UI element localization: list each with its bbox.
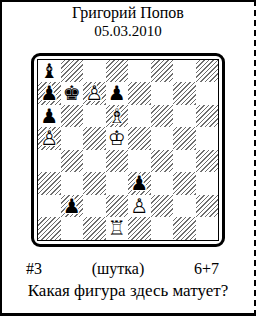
square-h2: [196, 195, 219, 218]
caption-stipulation: #3: [26, 260, 42, 278]
black-pawn-piece: ♟♟: [63, 196, 81, 216]
caption-note: (шутка): [92, 260, 145, 278]
square-e1: [128, 217, 151, 240]
white-pawn-piece: ♟♙: [130, 196, 148, 216]
square-h5: [196, 127, 219, 150]
square-a8: ♝♝: [38, 60, 61, 83]
black-bishop-piece: ♝♝: [40, 61, 58, 81]
square-b2: ♟♟: [61, 195, 84, 218]
square-c1: [83, 217, 106, 240]
square-a3: [38, 172, 61, 195]
square-b6: [61, 105, 84, 128]
black-pawn-piece: ♟♟: [40, 106, 58, 126]
white-king-piece: ♚♔: [108, 128, 126, 148]
square-d1: ♜♖: [106, 217, 129, 240]
square-g5: [173, 127, 196, 150]
square-a7: ♟♟: [38, 82, 61, 105]
square-a1: [38, 217, 61, 240]
square-g3: [173, 172, 196, 195]
square-d8: [106, 60, 129, 83]
square-f2: [151, 195, 174, 218]
caption-material: 6+7: [194, 260, 219, 278]
caption-row: #3 (шутка) 6+7: [2, 260, 254, 278]
square-c3: [83, 172, 106, 195]
square-f5: [151, 127, 174, 150]
square-e5: [128, 127, 151, 150]
square-f6: [151, 105, 174, 128]
square-c4: [83, 150, 106, 173]
problem-author: Григорий Попов: [2, 4, 254, 23]
square-d3: [106, 172, 129, 195]
square-a6: ♟♟: [38, 105, 61, 128]
square-c5: [83, 127, 106, 150]
question-text: Какая фигура здесь матует?: [2, 281, 254, 301]
square-e6: [128, 105, 151, 128]
square-h1: [196, 217, 219, 240]
black-pawn-piece: ♟♟: [130, 173, 148, 193]
black-pawn-piece: ♟♟: [108, 83, 126, 103]
square-b8: [61, 60, 84, 83]
white-rook-piece: ♜♖: [108, 218, 126, 238]
square-h4: [196, 150, 219, 173]
square-f8: [151, 60, 174, 83]
square-b7: ♚♚: [61, 82, 84, 105]
square-f3: [151, 172, 174, 195]
white-bishop-piece: ♝♗: [108, 106, 126, 126]
square-a5: ♟♙: [38, 127, 61, 150]
square-c8: [83, 60, 106, 83]
square-g6: [173, 105, 196, 128]
square-c6: [83, 105, 106, 128]
square-d2: [106, 195, 129, 218]
board-outer-frame: ♝♝♟♟♚♚♟♙♟♟♟♟♝♗♟♙♚♔♟♟♟♟♟♙♜♖: [31, 53, 225, 247]
square-h6: [196, 105, 219, 128]
square-d5: ♚♔: [106, 127, 129, 150]
square-f1: [151, 217, 174, 240]
square-d4: [106, 150, 129, 173]
square-g7: [173, 82, 196, 105]
square-f4: [151, 150, 174, 173]
problem-date: 05.03.2010: [2, 23, 254, 41]
square-b5: [61, 127, 84, 150]
square-e8: [128, 60, 151, 83]
square-h3: [196, 172, 219, 195]
square-b3: [61, 172, 84, 195]
square-h8: [196, 60, 219, 83]
square-e3: ♟♟: [128, 172, 151, 195]
square-d7: ♟♟: [106, 82, 129, 105]
black-king-piece: ♚♚: [63, 83, 81, 103]
square-e7: [128, 82, 151, 105]
square-g4: [173, 150, 196, 173]
square-a4: [38, 150, 61, 173]
square-h7: [196, 82, 219, 105]
header: Григорий Попов 05.03.2010: [2, 2, 254, 41]
white-pawn-piece: ♟♙: [40, 128, 58, 148]
board-grid: ♝♝♟♟♚♚♟♙♟♟♟♟♝♗♟♙♚♔♟♟♟♟♟♙♜♖: [38, 60, 218, 240]
square-g2: [173, 195, 196, 218]
square-c7: ♟♙: [83, 82, 106, 105]
square-a2: [38, 195, 61, 218]
square-b1: [61, 217, 84, 240]
square-e2: ♟♙: [128, 195, 151, 218]
black-pawn-piece: ♟♟: [40, 83, 58, 103]
square-g8: [173, 60, 196, 83]
white-pawn-piece: ♟♙: [85, 83, 103, 103]
square-b4: [61, 150, 84, 173]
square-c2: [83, 195, 106, 218]
square-g1: [173, 217, 196, 240]
square-e4: [128, 150, 151, 173]
board-area: ♝♝♟♟♚♚♟♙♟♟♟♟♝♗♟♙♚♔♟♟♟♟♟♙♜♖: [2, 53, 254, 247]
square-f7: [151, 82, 174, 105]
square-d6: ♝♗: [106, 105, 129, 128]
board-inner-frame: ♝♝♟♟♚♚♟♙♟♟♟♟♝♗♟♙♚♔♟♟♟♟♟♙♜♖: [37, 59, 219, 241]
